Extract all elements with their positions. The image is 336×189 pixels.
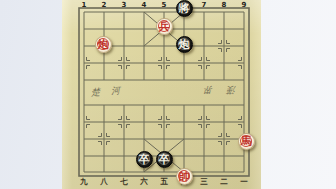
red-general-glyph: 帥	[179, 168, 190, 185]
top-file-labels: 123456789	[62, 0, 261, 10]
file-label-bottom: 二	[220, 177, 228, 187]
file-label-top: 7	[202, 0, 207, 10]
red-cannon-glyph: 炮	[98, 36, 109, 53]
file-label-bottom: 八	[100, 177, 108, 187]
file-label-top: 5	[162, 0, 167, 10]
red-general-piece[interactable]: 帥	[176, 168, 193, 185]
black-soldier-a-glyph: 卒	[139, 151, 150, 168]
file-label-top: 1	[82, 0, 87, 10]
file-label-bottom: 五	[160, 177, 168, 187]
black-cannon-piece[interactable]: 炮	[176, 36, 193, 53]
black-soldier-b-piece[interactable]: 卒	[156, 151, 173, 168]
photo-background: 123456789 九八七六五四三二一 楚河 漢界 將兵炮炮馬卒卒帥	[0, 0, 336, 189]
xiangqi-board: 123456789 九八七六五四三二一 楚河 漢界 將兵炮炮馬卒卒帥	[62, 0, 261, 189]
river-label-right: 漢界	[190, 85, 236, 95]
red-horse-glyph: 馬	[241, 133, 252, 150]
file-label-bottom: 七	[120, 177, 128, 187]
red-soldier-piece[interactable]: 兵	[156, 18, 173, 35]
red-soldier-glyph: 兵	[159, 18, 170, 35]
file-label-top: 3	[122, 0, 127, 10]
file-label-bottom: 三	[200, 177, 208, 187]
black-general-piece[interactable]: 將	[176, 0, 193, 17]
bottom-file-labels: 九八七六五四三二一	[62, 176, 261, 188]
black-soldier-a-piece[interactable]: 卒	[136, 151, 153, 168]
file-label-bottom: 一	[240, 177, 248, 187]
red-cannon-piece[interactable]: 炮	[95, 36, 112, 53]
black-general-glyph: 將	[179, 0, 190, 17]
black-cannon-glyph: 炮	[179, 36, 190, 53]
red-horse-piece[interactable]: 馬	[238, 133, 255, 150]
file-label-top: 4	[142, 0, 147, 10]
file-label-bottom: 六	[140, 177, 148, 187]
file-label-top: 9	[242, 0, 247, 10]
black-soldier-b-glyph: 卒	[159, 151, 170, 168]
file-label-bottom: 九	[80, 177, 88, 187]
file-label-top: 2	[102, 0, 107, 10]
file-label-top: 8	[222, 0, 227, 10]
